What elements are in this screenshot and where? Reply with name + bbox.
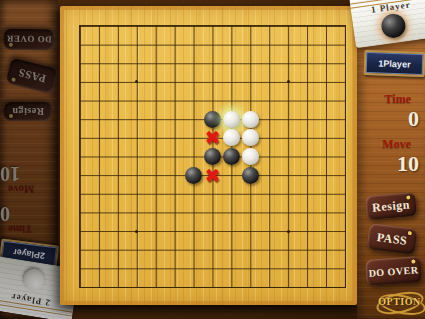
star-point	[135, 230, 138, 233]
x-mark: ✖	[203, 128, 223, 148]
move-value-p1: 10	[360, 152, 421, 175]
black-stone	[242, 167, 259, 184]
do-over-label-p1: DO OVER	[368, 264, 419, 278]
white-stone	[242, 111, 259, 128]
move-label-p1: Move	[360, 137, 421, 152]
white-stone	[242, 129, 259, 146]
player1-button-label: 1Player	[378, 58, 410, 69]
star-point	[287, 80, 290, 83]
star-point	[135, 80, 138, 83]
player1-button[interactable]: 1Player	[364, 50, 425, 77]
button-pin-icon	[9, 114, 13, 118]
do-over-button-p1[interactable]: DO OVER	[365, 256, 422, 286]
board-grid[interactable]: ✖✖	[79, 25, 346, 288]
option-label: OPTION	[378, 296, 420, 307]
timer-block-p2: Time 0 Move 10	[0, 150, 46, 236]
white-stone-last-move	[223, 111, 240, 128]
pass-label-p2: PASS	[17, 67, 47, 85]
time-label-p1: Time	[360, 92, 421, 107]
button-pin-icon	[408, 231, 412, 235]
white-stone	[223, 129, 240, 146]
pass-label-p1: PASS	[376, 230, 408, 249]
move-value-p2: 10	[0, 163, 46, 184]
button-pin-icon	[11, 77, 16, 82]
timer-block-p1: Time 0 Move 10	[360, 92, 421, 175]
button-pin-icon	[406, 195, 410, 199]
move-label-p2: Move	[0, 184, 46, 196]
game-window: DO OVER PASS Resign Time 0 Move 10 2Play…	[0, 0, 425, 319]
black-stone	[223, 148, 240, 165]
do-over-label-p2: DO OVER	[6, 34, 51, 45]
star-point	[287, 230, 290, 233]
time-value-p2: 0	[0, 203, 46, 224]
x-mark: ✖	[203, 165, 223, 185]
resign-label-p2: Resign	[12, 106, 44, 117]
white-stone	[242, 148, 259, 165]
resign-button-p1[interactable]: Resign	[365, 192, 417, 220]
black-stone	[185, 167, 202, 184]
white-stone-in-tray	[22, 268, 46, 292]
black-stone-in-tray	[380, 12, 407, 39]
resign-label-p1: Resign	[372, 197, 411, 215]
black-stone	[204, 148, 221, 165]
go-board: ✖✖	[60, 6, 357, 305]
black-stone	[204, 111, 221, 128]
time-label-p2: Time	[0, 224, 46, 236]
time-value-p1: 0	[360, 107, 421, 130]
option-button[interactable]: OPTION	[375, 287, 424, 315]
button-pin-icon	[9, 43, 13, 47]
do-over-button-p2[interactable]: DO OVER	[4, 29, 54, 51]
resign-button-p2[interactable]: Resign	[4, 102, 52, 121]
